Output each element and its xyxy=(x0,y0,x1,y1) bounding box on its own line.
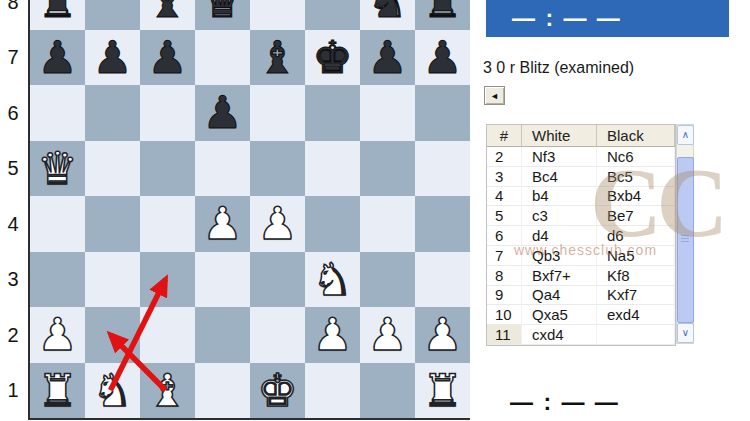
piece-black-pawn[interactable]: ♟ xyxy=(85,30,140,85)
square-b6[interactable] xyxy=(85,85,140,141)
square-d5[interactable] xyxy=(195,141,250,197)
piece-white-pawn[interactable]: ♟ xyxy=(250,196,305,251)
chevron-down-icon: ∨ xyxy=(682,328,689,338)
square-g1[interactable] xyxy=(360,363,415,419)
game-info-label: 3 0 r Blitz (examined) xyxy=(483,59,634,77)
square-e5[interactable] xyxy=(250,141,305,197)
rank-label-5: 5 xyxy=(0,157,26,179)
square-g6[interactable] xyxy=(360,85,415,141)
square-h4[interactable] xyxy=(415,196,470,252)
square-a4[interactable] xyxy=(30,196,85,252)
move-number-10: 10 xyxy=(487,305,522,325)
square-e3[interactable] xyxy=(250,252,305,308)
square-b3[interactable] xyxy=(85,252,140,308)
square-e1[interactable]: ♚ xyxy=(250,363,305,419)
rank-label-8: 8 xyxy=(0,0,26,13)
move-white-2[interactable]: Nf3 xyxy=(522,147,597,167)
piece-white-pawn[interactable]: ♟ xyxy=(415,307,470,362)
square-e7[interactable]: ♝ xyxy=(250,30,305,86)
square-c8[interactable]: ♝ xyxy=(140,0,195,30)
square-c4[interactable] xyxy=(140,196,195,252)
piece-white-pawn[interactable]: ♟ xyxy=(305,307,360,362)
square-d3[interactable] xyxy=(195,252,250,308)
square-h5[interactable] xyxy=(415,141,470,197)
scroll-up-button[interactable]: ∧ xyxy=(677,125,694,145)
move-black-2[interactable]: Nc6 xyxy=(597,147,675,167)
square-f4[interactable] xyxy=(305,196,360,252)
movelist-body: 2Nf3Nc63Bc4Bc54b4Bxb45c3Be76d4d67Qb3Na58… xyxy=(487,147,675,345)
square-d2[interactable] xyxy=(195,307,250,363)
chess-board[interactable]: ♜♝♛♞♜♟♟♟♝♚♟♟♟♛♟♟♞♟♟♟♟♜♞♝♚♜ xyxy=(28,0,470,420)
move-black-11[interactable] xyxy=(597,325,675,345)
move-black-4[interactable]: Bxb4 xyxy=(597,187,675,207)
movelist-header: # White Black xyxy=(487,125,675,147)
rank-gutter: 87654321 xyxy=(0,0,28,421)
move-number-5: 5 xyxy=(487,206,522,226)
piece-black-rook[interactable]: ♜ xyxy=(415,0,470,29)
square-a8[interactable]: ♜ xyxy=(30,0,85,30)
move-white-7[interactable]: Qb3 xyxy=(522,246,597,266)
piece-white-rook[interactable]: ♜ xyxy=(30,363,85,418)
square-f2[interactable]: ♟ xyxy=(305,307,360,363)
square-f3[interactable]: ♞ xyxy=(305,252,360,308)
chevron-up-icon: ∧ xyxy=(682,130,689,140)
piece-black-bishop[interactable]: ♝ xyxy=(250,30,305,85)
square-b7[interactable]: ♟ xyxy=(85,30,140,86)
square-d4[interactable]: ♟ xyxy=(195,196,250,252)
square-e2[interactable] xyxy=(250,307,305,363)
rank-label-6: 6 xyxy=(0,102,26,124)
rank-label-2: 2 xyxy=(0,324,26,346)
movelist-table: # White Black 2Nf3Nc63Bc4Bc54b4Bxb45c3Be… xyxy=(486,124,676,346)
square-d6[interactable]: ♟ xyxy=(195,85,250,141)
square-g3[interactable] xyxy=(360,252,415,308)
square-c5[interactable] xyxy=(140,141,195,197)
movelist-header-black: Black xyxy=(597,125,675,147)
square-g7[interactable]: ♟ xyxy=(360,30,415,86)
rank-label-3: 3 xyxy=(0,268,26,290)
square-h8[interactable]: ♜ xyxy=(415,0,470,30)
square-h3[interactable] xyxy=(415,252,470,308)
chess-client-screen: ♜♝♛♞♜♟♟♟♝♚♟♟♟♛♟♟♞♟♟♟♟♜♞♝♚♜ 87654321 — : … xyxy=(0,0,750,421)
square-c1[interactable]: ♝ xyxy=(140,363,195,419)
square-b2[interactable] xyxy=(85,307,140,363)
square-d7[interactable] xyxy=(195,30,250,86)
move-white-6[interactable]: d4 xyxy=(522,226,597,246)
piece-black-pawn[interactable]: ♟ xyxy=(195,85,250,140)
piece-white-king[interactable]: ♚ xyxy=(250,363,305,418)
square-b5[interactable] xyxy=(85,141,140,197)
square-g5[interactable] xyxy=(360,141,415,197)
square-h7[interactable]: ♟ xyxy=(415,30,470,86)
back-arrow-icon: ◄ xyxy=(490,91,499,101)
square-b8[interactable] xyxy=(85,0,140,30)
piece-white-bishop[interactable]: ♝ xyxy=(140,363,195,418)
move-black-7[interactable]: Na5 xyxy=(597,246,675,266)
square-a2[interactable]: ♟ xyxy=(30,307,85,363)
square-c3[interactable] xyxy=(140,252,195,308)
square-b1[interactable]: ♞ xyxy=(85,363,140,419)
move-black-9[interactable]: Kxf7 xyxy=(597,286,675,306)
thumb-grip-icon xyxy=(681,235,689,244)
right-panel: — : — — 3 0 r Blitz (examined) ◄ # White… xyxy=(480,0,750,421)
movelist-header-number: # xyxy=(487,125,522,147)
square-d8[interactable]: ♛ xyxy=(195,0,250,30)
square-h1[interactable]: ♜ xyxy=(415,363,470,419)
square-f5[interactable] xyxy=(305,141,360,197)
scrollbar-thumb[interactable] xyxy=(677,157,694,323)
piece-white-pawn[interactable]: ♟ xyxy=(30,307,85,362)
piece-black-pawn[interactable]: ♟ xyxy=(415,30,470,85)
piece-white-pawn[interactable]: ♟ xyxy=(195,196,250,251)
piece-black-pawn[interactable]: ♟ xyxy=(30,30,85,85)
piece-black-queen[interactable]: ♛ xyxy=(195,0,250,29)
move-white-4[interactable]: b4 xyxy=(522,187,597,207)
piece-white-pawn[interactable]: ♟ xyxy=(360,307,415,362)
bottom-clock-time: — : — — xyxy=(510,389,620,415)
piece-black-pawn[interactable]: ♟ xyxy=(140,30,195,85)
piece-white-rook[interactable]: ♜ xyxy=(415,363,470,418)
square-f6[interactable] xyxy=(305,85,360,141)
square-g8[interactable]: ♞ xyxy=(360,0,415,30)
square-f1[interactable] xyxy=(305,363,360,419)
move-white-10[interactable]: Qxa5 xyxy=(522,305,597,325)
square-a3[interactable] xyxy=(30,252,85,308)
scroll-down-button[interactable]: ∨ xyxy=(677,323,694,343)
square-a5[interactable]: ♛ xyxy=(30,141,85,197)
square-e4[interactable]: ♟ xyxy=(250,196,305,252)
piece-black-knight[interactable]: ♞ xyxy=(360,0,415,29)
top-clock-time: — : — — xyxy=(512,5,622,32)
square-h6[interactable] xyxy=(415,85,470,141)
square-e8[interactable] xyxy=(250,0,305,30)
move-black-6[interactable]: d6 xyxy=(597,226,675,246)
move-black-5[interactable]: Be7 xyxy=(597,206,675,226)
square-c6[interactable] xyxy=(140,85,195,141)
move-number-2: 2 xyxy=(487,147,522,167)
piece-black-rook[interactable]: ♜ xyxy=(30,0,85,29)
square-a1[interactable]: ♜ xyxy=(30,363,85,419)
move-black-10[interactable]: exd4 xyxy=(597,305,675,325)
rank-label-1: 1 xyxy=(0,379,26,401)
move-white-11[interactable]: cxd4 xyxy=(522,325,597,345)
piece-black-pawn[interactable]: ♟ xyxy=(360,30,415,85)
square-a6[interactable] xyxy=(30,85,85,141)
move-number-4: 4 xyxy=(487,187,522,207)
square-f7[interactable]: ♚ xyxy=(305,30,360,86)
square-c7[interactable]: ♟ xyxy=(140,30,195,86)
board-area: ♜♝♛♞♜♟♟♟♝♚♟♟♟♛♟♟♞♟♟♟♟♜♞♝♚♜ 87654321 xyxy=(0,0,480,421)
square-g4[interactable] xyxy=(360,196,415,252)
square-e6[interactable] xyxy=(250,85,305,141)
bottom-clock: — : — — xyxy=(510,389,620,416)
move-number-8: 8 xyxy=(487,266,522,286)
move-white-5[interactable]: c3 xyxy=(522,206,597,226)
move-white-3[interactable]: Bc4 xyxy=(522,167,597,187)
square-h2[interactable]: ♟ xyxy=(415,307,470,363)
movelist-scrollbar[interactable]: ∧ ∨ xyxy=(676,124,694,344)
piece-white-knight[interactable]: ♞ xyxy=(85,363,140,418)
move-black-8[interactable]: Kf8 xyxy=(597,266,675,286)
move-number-7: 7 xyxy=(487,246,522,266)
rank-label-4: 4 xyxy=(0,213,26,235)
square-a7[interactable]: ♟ xyxy=(30,30,85,86)
top-clock: — : — — xyxy=(486,0,729,37)
piece-black-king[interactable]: ♚ xyxy=(305,30,360,85)
piece-white-knight[interactable]: ♞ xyxy=(305,252,360,307)
piece-black-bishop[interactable]: ♝ xyxy=(140,0,195,29)
rank-label-7: 7 xyxy=(0,46,26,68)
square-g2[interactable]: ♟ xyxy=(360,307,415,363)
square-c2[interactable] xyxy=(140,307,195,363)
back-button[interactable]: ◄ xyxy=(484,86,505,105)
move-number-11: 11 xyxy=(487,325,522,345)
move-number-9: 9 xyxy=(487,286,522,306)
move-number-6: 6 xyxy=(487,226,522,246)
square-b4[interactable] xyxy=(85,196,140,252)
square-d1[interactable] xyxy=(195,363,250,419)
move-white-9[interactable]: Qa4 xyxy=(522,286,597,306)
move-white-8[interactable]: Bxf7+ xyxy=(522,266,597,286)
move-number-3: 3 xyxy=(487,167,522,187)
piece-white-queen[interactable]: ♛ xyxy=(30,141,85,196)
move-black-3[interactable]: Bc5 xyxy=(597,167,675,187)
square-f8[interactable] xyxy=(305,0,360,30)
movelist-header-white: White xyxy=(522,125,597,147)
